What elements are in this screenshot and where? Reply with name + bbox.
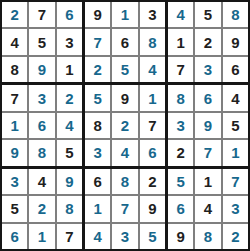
cell-r7c4[interactable]: 6: [85, 169, 110, 194]
cell-r7c5[interactable]: 8: [112, 169, 137, 194]
cell-r5c3[interactable]: 4: [57, 113, 82, 138]
cell-r9c7[interactable]: 9: [168, 224, 193, 249]
cell-r2c1[interactable]: 4: [2, 29, 27, 54]
cell-r6c2[interactable]: 8: [29, 140, 54, 165]
cell-r4c7[interactable]: 8: [168, 85, 193, 110]
cell-r5c7[interactable]: 3: [168, 113, 193, 138]
cell-r5c9[interactable]: 5: [223, 113, 248, 138]
cell-r3c6[interactable]: 4: [140, 57, 165, 82]
cell-r1c4[interactable]: 9: [85, 2, 110, 27]
cell-r2c5[interactable]: 6: [112, 29, 137, 54]
cell-r7c2[interactable]: 4: [29, 169, 54, 194]
cell-r7c6[interactable]: 2: [140, 169, 165, 194]
cell-r4c8[interactable]: 6: [195, 85, 220, 110]
cell-r9c2[interactable]: 1: [29, 224, 54, 249]
cell-r4c5[interactable]: 9: [112, 85, 137, 110]
cell-r4c2[interactable]: 3: [29, 85, 54, 110]
cell-r8c5[interactable]: 7: [112, 196, 137, 221]
cell-r9c6[interactable]: 5: [140, 224, 165, 249]
cell-r9c8[interactable]: 8: [195, 224, 220, 249]
cell-r8c6[interactable]: 9: [140, 196, 165, 221]
cell-r5c2[interactable]: 6: [29, 113, 54, 138]
cell-r1c3[interactable]: 6: [57, 2, 82, 27]
cell-r4c3[interactable]: 2: [57, 85, 82, 110]
cell-r6c5[interactable]: 4: [112, 140, 137, 165]
cell-r8c1[interactable]: 5: [2, 196, 27, 221]
box-1-3: 458129736: [168, 2, 248, 82]
cell-r1c9[interactable]: 8: [223, 2, 248, 27]
cell-r4c1[interactable]: 7: [2, 85, 27, 110]
cell-r7c8[interactable]: 1: [195, 169, 220, 194]
cell-r7c1[interactable]: 3: [2, 169, 27, 194]
cell-r1c8[interactable]: 5: [195, 2, 220, 27]
cell-r6c1[interactable]: 9: [2, 140, 27, 165]
cell-r8c2[interactable]: 2: [29, 196, 54, 221]
cell-r3c4[interactable]: 2: [85, 57, 110, 82]
cell-r3c3[interactable]: 1: [57, 57, 82, 82]
box-2-2: 591827346: [85, 85, 165, 165]
cell-r6c6[interactable]: 6: [140, 140, 165, 165]
box-1-1: 276453891: [2, 2, 82, 82]
cell-r5c1[interactable]: 1: [2, 113, 27, 138]
cell-r8c8[interactable]: 4: [195, 196, 220, 221]
cell-r5c4[interactable]: 8: [85, 113, 110, 138]
cell-r1c1[interactable]: 2: [2, 2, 27, 27]
box-3-3: 517643982: [168, 169, 248, 249]
cell-r3c1[interactable]: 8: [2, 57, 27, 82]
cell-r8c7[interactable]: 6: [168, 196, 193, 221]
cell-r4c6[interactable]: 1: [140, 85, 165, 110]
cell-r9c9[interactable]: 2: [223, 224, 248, 249]
cell-r2c8[interactable]: 2: [195, 29, 220, 54]
cell-r6c8[interactable]: 7: [195, 140, 220, 165]
cell-r4c4[interactable]: 5: [85, 85, 110, 110]
cell-r1c2[interactable]: 7: [29, 2, 54, 27]
cell-r2c7[interactable]: 1: [168, 29, 193, 54]
cell-r4c9[interactable]: 4: [223, 85, 248, 110]
cell-r6c3[interactable]: 5: [57, 140, 82, 165]
cell-r5c6[interactable]: 7: [140, 113, 165, 138]
cell-r2c3[interactable]: 3: [57, 29, 82, 54]
cell-r2c4[interactable]: 7: [85, 29, 110, 54]
cell-r3c2[interactable]: 9: [29, 57, 54, 82]
cell-r3c9[interactable]: 6: [223, 57, 248, 82]
cell-r1c5[interactable]: 1: [112, 2, 137, 27]
box-3-1: 349528617: [2, 169, 82, 249]
cell-r2c9[interactable]: 9: [223, 29, 248, 54]
box-2-1: 732164985: [2, 85, 82, 165]
cell-r8c4[interactable]: 1: [85, 196, 110, 221]
cell-r9c4[interactable]: 4: [85, 224, 110, 249]
cell-r9c1[interactable]: 6: [2, 224, 27, 249]
cell-r2c6[interactable]: 8: [140, 29, 165, 54]
cell-r6c4[interactable]: 3: [85, 140, 110, 165]
cell-r3c8[interactable]: 3: [195, 57, 220, 82]
sudoku-board: 2764538919137682544581297367321649855918…: [0, 0, 250, 251]
cell-r3c5[interactable]: 5: [112, 57, 137, 82]
cell-r1c7[interactable]: 4: [168, 2, 193, 27]
cell-r7c7[interactable]: 5: [168, 169, 193, 194]
box-2-3: 864395271: [168, 85, 248, 165]
cell-r3c7[interactable]: 7: [168, 57, 193, 82]
cell-r9c5[interactable]: 3: [112, 224, 137, 249]
box-3-2: 682179435: [85, 169, 165, 249]
cell-r9c3[interactable]: 7: [57, 224, 82, 249]
cell-r7c3[interactable]: 9: [57, 169, 82, 194]
cell-r2c2[interactable]: 5: [29, 29, 54, 54]
cell-r6c9[interactable]: 1: [223, 140, 248, 165]
cell-r5c8[interactable]: 9: [195, 113, 220, 138]
cell-r5c5[interactable]: 2: [112, 113, 137, 138]
cell-r8c9[interactable]: 3: [223, 196, 248, 221]
cell-r1c6[interactable]: 3: [140, 2, 165, 27]
box-1-2: 913768254: [85, 2, 165, 82]
cell-r8c3[interactable]: 8: [57, 196, 82, 221]
cell-r6c7[interactable]: 2: [168, 140, 193, 165]
cell-r7c9[interactable]: 7: [223, 169, 248, 194]
